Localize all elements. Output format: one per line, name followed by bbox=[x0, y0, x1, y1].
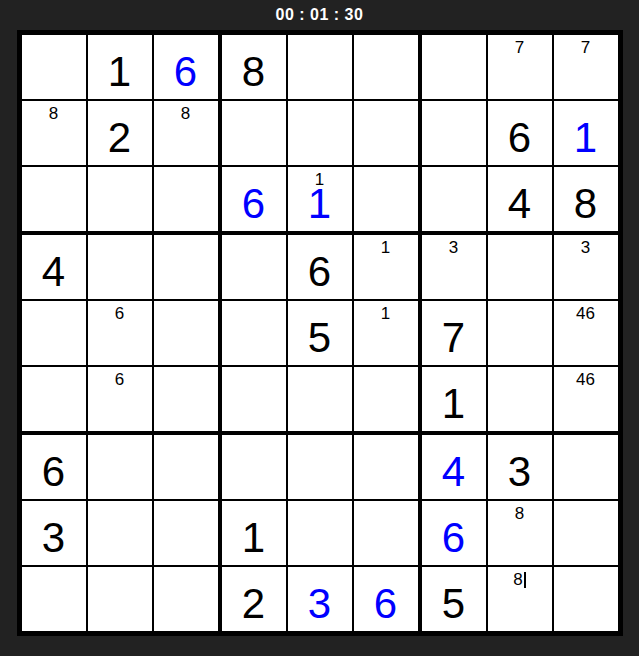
cell-r7c4[interactable] bbox=[222, 435, 288, 501]
cell-r6c3[interactable] bbox=[154, 367, 222, 435]
cell-r5c5[interactable]: 5 bbox=[288, 301, 354, 367]
cell-r8c5[interactable] bbox=[288, 501, 354, 567]
sudoku-app: 00 : 01 : 30 168778286161148461336517466… bbox=[0, 0, 639, 656]
cell-r4c6[interactable]: 1 bbox=[354, 235, 422, 301]
cell-r7c5[interactable] bbox=[288, 435, 354, 501]
cell-value bbox=[288, 501, 352, 565]
cell-r4c9[interactable]: 3 bbox=[554, 235, 618, 301]
cell-value bbox=[288, 35, 352, 99]
cell-r3c7[interactable] bbox=[422, 167, 488, 235]
cell-r8c7[interactable]: 6 bbox=[422, 501, 488, 567]
cell-value bbox=[488, 567, 552, 631]
cell-value bbox=[154, 367, 218, 431]
cell-value bbox=[488, 501, 552, 565]
cell-value: 3 bbox=[22, 501, 86, 565]
cell-value bbox=[154, 235, 218, 299]
cell-r5c4[interactable] bbox=[222, 301, 288, 367]
cell-r3c6[interactable] bbox=[354, 167, 422, 235]
cell-value bbox=[354, 501, 418, 565]
cell-value bbox=[222, 235, 286, 299]
cell-r9c3[interactable] bbox=[154, 567, 222, 631]
sudoku-board: 1687782861611484613365174661466433168236… bbox=[17, 30, 623, 636]
cell-r8c4[interactable]: 1 bbox=[222, 501, 288, 567]
cell-r9c8[interactable]: 8 bbox=[488, 567, 554, 631]
cell-r5c2[interactable]: 6 bbox=[88, 301, 154, 367]
cell-r4c8[interactable] bbox=[488, 235, 554, 301]
cell-value bbox=[554, 501, 618, 565]
cell-value bbox=[88, 567, 152, 631]
cell-r3c2[interactable] bbox=[88, 167, 154, 235]
cell-value bbox=[88, 435, 152, 499]
cell-value: 4 bbox=[488, 167, 552, 231]
cell-r7c2[interactable] bbox=[88, 435, 154, 501]
cell-value: 5 bbox=[422, 567, 486, 631]
cell-r8c1[interactable]: 3 bbox=[22, 501, 88, 567]
cell-r2c4[interactable] bbox=[222, 101, 288, 167]
cell-r9c2[interactable] bbox=[88, 567, 154, 631]
cell-value bbox=[288, 435, 352, 499]
cell-r6c8[interactable] bbox=[488, 367, 554, 435]
cell-r1c2[interactable]: 1 bbox=[88, 35, 154, 101]
cell-value: 7 bbox=[422, 301, 486, 365]
cell-value bbox=[154, 567, 218, 631]
cell-value bbox=[22, 301, 86, 365]
cell-value: 2 bbox=[222, 567, 286, 631]
cell-value bbox=[88, 301, 152, 365]
cell-value bbox=[22, 567, 86, 631]
cell-r7c7[interactable]: 4 bbox=[422, 435, 488, 501]
cell-r4c3[interactable] bbox=[154, 235, 222, 301]
cell-value: 8 bbox=[222, 35, 286, 99]
cell-value bbox=[422, 35, 486, 99]
cell-value: 1 bbox=[422, 367, 486, 431]
cell-value bbox=[288, 101, 352, 165]
cell-value: 5 bbox=[288, 301, 352, 365]
cell-r1c1[interactable] bbox=[22, 35, 88, 101]
cell-r5c8[interactable] bbox=[488, 301, 554, 367]
cell-r9c7[interactable]: 5 bbox=[422, 567, 488, 631]
cell-value bbox=[154, 435, 218, 499]
cell-value: 4 bbox=[22, 235, 86, 299]
timer-bar: 00 : 01 : 30 bbox=[0, 0, 639, 30]
cell-value: 1 bbox=[554, 101, 618, 165]
cell-r2c9[interactable]: 1 bbox=[554, 101, 618, 167]
cell-r1c9[interactable]: 7 bbox=[554, 35, 618, 101]
cell-value bbox=[22, 367, 86, 431]
cell-value bbox=[554, 435, 618, 499]
cell-r2c5[interactable] bbox=[288, 101, 354, 167]
timer: 00 : 01 : 30 bbox=[276, 6, 364, 24]
cell-value bbox=[354, 301, 418, 365]
cell-value bbox=[554, 235, 618, 299]
cell-r5c1[interactable] bbox=[22, 301, 88, 367]
cell-r3c1[interactable] bbox=[22, 167, 88, 235]
cell-r6c9[interactable]: 46 bbox=[554, 367, 618, 435]
cell-r4c1[interactable]: 4 bbox=[22, 235, 88, 301]
cell-value: 1 bbox=[88, 35, 152, 99]
cell-value: 6 bbox=[354, 567, 418, 631]
cell-value bbox=[222, 367, 286, 431]
cell-r2c8[interactable]: 6 bbox=[488, 101, 554, 167]
cell-value: 6 bbox=[488, 101, 552, 165]
cell-r3c5[interactable]: 11 bbox=[288, 167, 354, 235]
cell-value: 8 bbox=[554, 167, 618, 231]
cell-r3c4[interactable]: 6 bbox=[222, 167, 288, 235]
cell-r7c1[interactable]: 6 bbox=[22, 435, 88, 501]
cell-value bbox=[222, 301, 286, 365]
cell-value bbox=[154, 501, 218, 565]
cell-value bbox=[354, 35, 418, 99]
cell-value bbox=[554, 567, 618, 631]
cell-value: 2 bbox=[88, 101, 152, 165]
cell-r1c5[interactable] bbox=[288, 35, 354, 101]
cell-value bbox=[554, 35, 618, 99]
cell-value bbox=[88, 501, 152, 565]
cell-value bbox=[88, 167, 152, 231]
cell-r6c7[interactable]: 1 bbox=[422, 367, 488, 435]
cell-r5c6[interactable]: 1 bbox=[354, 301, 422, 367]
cell-r9c9[interactable] bbox=[554, 567, 618, 631]
cell-r5c3[interactable] bbox=[154, 301, 222, 367]
cell-r9c1[interactable] bbox=[22, 567, 88, 631]
cell-value: 4 bbox=[422, 435, 486, 499]
cell-r9c6[interactable]: 6 bbox=[354, 567, 422, 631]
cell-value bbox=[354, 101, 418, 165]
cell-r8c6[interactable] bbox=[354, 501, 422, 567]
cell-r3c8[interactable]: 4 bbox=[488, 167, 554, 235]
cell-value bbox=[354, 367, 418, 431]
cell-value bbox=[422, 167, 486, 231]
cell-r2c1[interactable]: 8 bbox=[22, 101, 88, 167]
cell-r6c4[interactable] bbox=[222, 367, 288, 435]
cell-value bbox=[288, 367, 352, 431]
cell-value: 6 bbox=[422, 501, 486, 565]
cell-value: 1 bbox=[222, 501, 286, 565]
cell-r1c7[interactable] bbox=[422, 35, 488, 101]
cell-value bbox=[22, 35, 86, 99]
cell-value bbox=[488, 301, 552, 365]
cell-value bbox=[22, 167, 86, 231]
cell-value bbox=[488, 367, 552, 431]
cell-r6c5[interactable] bbox=[288, 367, 354, 435]
cell-value bbox=[554, 301, 618, 365]
cell-value bbox=[354, 167, 418, 231]
cell-value: 3 bbox=[288, 567, 352, 631]
cell-value: 1 bbox=[288, 167, 352, 231]
cell-value: 6 bbox=[288, 235, 352, 299]
cell-r3c3[interactable] bbox=[154, 167, 222, 235]
cell-r6c2[interactable]: 6 bbox=[88, 367, 154, 435]
cell-value bbox=[22, 101, 86, 165]
cell-r2c2[interactable]: 2 bbox=[88, 101, 154, 167]
cell-value bbox=[354, 235, 418, 299]
cell-r4c2[interactable] bbox=[88, 235, 154, 301]
cell-value bbox=[354, 435, 418, 499]
cell-r8c8[interactable]: 8 bbox=[488, 501, 554, 567]
cell-r1c3[interactable]: 6 bbox=[154, 35, 222, 101]
cell-r4c7[interactable]: 3 bbox=[422, 235, 488, 301]
cell-r6c6[interactable] bbox=[354, 367, 422, 435]
cell-r3c9[interactable]: 8 bbox=[554, 167, 618, 235]
cell-value bbox=[422, 101, 486, 165]
cell-r4c5[interactable]: 6 bbox=[288, 235, 354, 301]
cell-r2c3[interactable]: 8 bbox=[154, 101, 222, 167]
cell-r8c2[interactable] bbox=[88, 501, 154, 567]
cell-r8c3[interactable] bbox=[154, 501, 222, 567]
cell-value bbox=[154, 167, 218, 231]
cell-value bbox=[154, 101, 218, 165]
cell-r6c1[interactable] bbox=[22, 367, 88, 435]
cell-value bbox=[88, 367, 152, 431]
cell-r7c3[interactable] bbox=[154, 435, 222, 501]
cell-value bbox=[222, 101, 286, 165]
cell-r7c9[interactable] bbox=[554, 435, 618, 501]
cell-r4c4[interactable] bbox=[222, 235, 288, 301]
cell-r5c9[interactable]: 46 bbox=[554, 301, 618, 367]
cell-r7c6[interactable] bbox=[354, 435, 422, 501]
cell-value: 3 bbox=[488, 435, 552, 499]
cell-r1c4[interactable]: 8 bbox=[222, 35, 288, 101]
cell-r2c7[interactable] bbox=[422, 101, 488, 167]
cell-r1c6[interactable] bbox=[354, 35, 422, 101]
cell-value bbox=[554, 367, 618, 431]
cell-value bbox=[488, 35, 552, 99]
cell-r8c9[interactable] bbox=[554, 501, 618, 567]
cell-value bbox=[222, 435, 286, 499]
cell-r9c4[interactable]: 2 bbox=[222, 567, 288, 631]
cell-r1c8[interactable]: 7 bbox=[488, 35, 554, 101]
cell-value: 6 bbox=[154, 35, 218, 99]
cell-value bbox=[488, 235, 552, 299]
cell-value bbox=[422, 235, 486, 299]
cell-r9c5[interactable]: 3 bbox=[288, 567, 354, 631]
cell-r2c6[interactable] bbox=[354, 101, 422, 167]
cell-value bbox=[154, 301, 218, 365]
cell-r7c8[interactable]: 3 bbox=[488, 435, 554, 501]
cell-value: 6 bbox=[222, 167, 286, 231]
cell-value: 6 bbox=[22, 435, 86, 499]
cell-value bbox=[88, 235, 152, 299]
cell-r5c7[interactable]: 7 bbox=[422, 301, 488, 367]
